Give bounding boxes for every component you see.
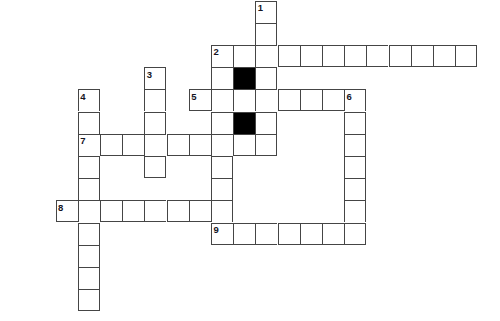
white-cell[interactable] [78,178,100,200]
white-cell[interactable] [211,45,233,67]
white-cell[interactable] [366,45,388,67]
crossword-board: 123456789 [0,0,500,321]
white-cell[interactable] [189,134,211,156]
white-cell[interactable] [255,23,277,45]
white-cell[interactable] [211,67,233,89]
white-cell[interactable] [211,156,233,178]
white-cell[interactable] [255,45,277,67]
white-cell[interactable] [455,45,477,67]
white-cell[interactable] [344,178,366,200]
white-cell[interactable] [255,1,277,23]
white-cell[interactable] [144,112,166,134]
white-cell[interactable] [167,200,189,222]
white-cell[interactable] [233,89,255,111]
white-cell[interactable] [78,112,100,134]
white-cell[interactable] [300,45,322,67]
white-cell[interactable] [78,89,100,111]
white-cell[interactable] [278,89,300,111]
white-cell[interactable] [322,223,344,245]
white-cell[interactable] [411,45,433,67]
white-cell[interactable] [144,67,166,89]
white-cell[interactable] [344,134,366,156]
white-cell[interactable] [344,112,366,134]
white-cell[interactable] [211,134,233,156]
white-cell[interactable] [100,200,122,222]
white-cell[interactable] [233,134,255,156]
white-cell[interactable] [255,67,277,89]
white-cell[interactable] [300,223,322,245]
black-cell [233,112,255,134]
white-cell[interactable] [255,223,277,245]
white-cell[interactable] [100,134,122,156]
white-cell[interactable] [189,89,211,111]
white-cell[interactable] [278,223,300,245]
white-cell[interactable] [255,89,277,111]
white-cell[interactable] [255,134,277,156]
white-cell[interactable] [344,200,366,222]
white-cell[interactable] [78,200,100,222]
black-cell [233,67,255,89]
white-cell[interactable] [78,156,100,178]
white-cell[interactable] [278,45,300,67]
white-cell[interactable] [344,156,366,178]
white-cell[interactable] [255,112,277,134]
white-cell[interactable] [233,45,255,67]
white-cell[interactable] [78,267,100,289]
white-cell[interactable] [322,89,344,111]
white-cell[interactable] [144,156,166,178]
white-cell[interactable] [56,200,78,222]
white-cell[interactable] [211,178,233,200]
white-cell[interactable] [300,89,322,111]
white-cell[interactable] [144,89,166,111]
white-cell[interactable] [167,134,189,156]
white-cell[interactable] [78,134,100,156]
white-cell[interactable] [189,200,211,222]
page-canvas: 123456789 [0,0,500,321]
white-cell[interactable] [322,45,344,67]
white-cell[interactable] [344,45,366,67]
white-cell[interactable] [122,134,144,156]
white-cell[interactable] [344,223,366,245]
white-cell[interactable] [389,45,411,67]
white-cell[interactable] [433,45,455,67]
white-cell[interactable] [144,134,166,156]
white-cell[interactable] [122,200,144,222]
white-cell[interactable] [233,223,255,245]
white-cell[interactable] [211,112,233,134]
white-cell[interactable] [78,289,100,311]
white-cell[interactable] [211,200,233,222]
white-cell[interactable] [211,223,233,245]
white-cell[interactable] [78,245,100,267]
white-cell[interactable] [144,200,166,222]
white-cell[interactable] [78,223,100,245]
white-cell[interactable] [211,89,233,111]
white-cell[interactable] [344,89,366,111]
